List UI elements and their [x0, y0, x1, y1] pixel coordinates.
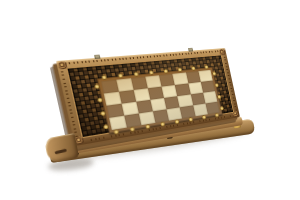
clasp-icon — [188, 47, 193, 51]
photo-stage: Handcrafted wooden folding chess and bac… — [0, 0, 300, 200]
clasp-icon — [94, 54, 100, 59]
base-slot — [55, 149, 67, 155]
